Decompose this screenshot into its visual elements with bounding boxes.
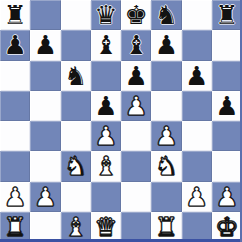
square-c1[interactable]: ♝ (61, 212, 91, 242)
piece-black-queen[interactable]: ♛ (94, 0, 117, 30)
square-g2[interactable]: ♟ (182, 182, 212, 212)
square-b7[interactable]: ♟ (30, 30, 60, 60)
square-g7[interactable] (182, 30, 212, 60)
piece-black-knight[interactable]: ♞ (155, 0, 178, 30)
square-d1[interactable]: ♛ (91, 212, 121, 242)
piece-black-pawn[interactable]: ♟ (3, 30, 26, 60)
square-h3[interactable] (212, 151, 242, 181)
square-a6[interactable] (0, 61, 30, 91)
piece-white-pawn[interactable]: ♟ (94, 121, 117, 151)
piece-white-queen[interactable]: ♛ (94, 212, 117, 242)
square-f6[interactable] (151, 61, 181, 91)
square-a8[interactable]: ♜ (0, 0, 30, 30)
piece-white-king[interactable]: ♚ (215, 212, 238, 242)
square-a3[interactable] (0, 151, 30, 181)
square-f1[interactable]: ♜ (151, 212, 181, 242)
square-b5[interactable] (30, 91, 60, 121)
piece-black-bishop[interactable]: ♝ (124, 30, 147, 60)
piece-white-pawn[interactable]: ♟ (185, 182, 208, 212)
square-f4[interactable]: ♟ (151, 121, 181, 151)
square-e7[interactable]: ♝ (121, 30, 151, 60)
square-c8[interactable] (61, 0, 91, 30)
square-b2[interactable]: ♟ (30, 182, 60, 212)
piece-black-pawn[interactable]: ♟ (124, 61, 147, 91)
piece-black-pawn[interactable]: ♟ (215, 91, 238, 121)
square-e8[interactable]: ♚ (121, 0, 151, 30)
square-e2[interactable] (121, 182, 151, 212)
square-g4[interactable] (182, 121, 212, 151)
square-b1[interactable] (30, 212, 60, 242)
chess-board: ♜♛♚♞♜♟♟♝♝♟♞♟♟♟♟♟♟♟♞♝♞♟♟♟♟♜♝♛♜♚ (0, 0, 242, 242)
piece-white-knight[interactable]: ♞ (155, 151, 178, 181)
square-d2[interactable] (91, 182, 121, 212)
square-d5[interactable]: ♟ (91, 91, 121, 121)
square-g3[interactable] (182, 151, 212, 181)
square-f7[interactable]: ♟ (151, 30, 181, 60)
piece-black-knight[interactable]: ♞ (64, 61, 87, 91)
square-f2[interactable] (151, 182, 181, 212)
square-g8[interactable] (182, 0, 212, 30)
piece-white-rook[interactable]: ♜ (3, 212, 26, 242)
piece-black-king[interactable]: ♚ (124, 0, 147, 30)
square-c7[interactable] (61, 30, 91, 60)
square-b3[interactable] (30, 151, 60, 181)
piece-white-pawn[interactable]: ♟ (155, 121, 178, 151)
square-h1[interactable]: ♚ (212, 212, 242, 242)
square-h5[interactable]: ♟ (212, 91, 242, 121)
square-g1[interactable] (182, 212, 212, 242)
square-h4[interactable] (212, 121, 242, 151)
square-c5[interactable] (61, 91, 91, 121)
piece-black-pawn[interactable]: ♟ (185, 61, 208, 91)
square-d4[interactable]: ♟ (91, 121, 121, 151)
square-f5[interactable] (151, 91, 181, 121)
square-e5[interactable]: ♟ (121, 91, 151, 121)
square-b4[interactable] (30, 121, 60, 151)
piece-black-pawn[interactable]: ♟ (155, 30, 178, 60)
piece-black-pawn[interactable]: ♟ (34, 30, 57, 60)
chess-board-wrapper: ♜♛♚♞♜♟♟♝♝♟♞♟♟♟♟♟♟♟♞♝♞♟♟♟♟♜♝♛♜♚ (0, 0, 242, 242)
square-c6[interactable]: ♞ (61, 61, 91, 91)
square-h6[interactable] (212, 61, 242, 91)
piece-white-pawn[interactable]: ♟ (3, 182, 26, 212)
piece-white-pawn[interactable]: ♟ (34, 182, 57, 212)
square-h7[interactable] (212, 30, 242, 60)
piece-white-pawn[interactable]: ♟ (215, 182, 238, 212)
square-e4[interactable] (121, 121, 151, 151)
square-c3[interactable]: ♞ (61, 151, 91, 181)
piece-white-knight[interactable]: ♞ (64, 151, 87, 181)
square-a5[interactable] (0, 91, 30, 121)
square-e6[interactable]: ♟ (121, 61, 151, 91)
square-g5[interactable] (182, 91, 212, 121)
square-d7[interactable]: ♝ (91, 30, 121, 60)
square-e3[interactable] (121, 151, 151, 181)
piece-black-rook[interactable]: ♜ (3, 0, 26, 30)
square-a4[interactable] (0, 121, 30, 151)
piece-white-bishop[interactable]: ♝ (94, 151, 117, 181)
square-e1[interactable] (121, 212, 151, 242)
square-d6[interactable] (91, 61, 121, 91)
piece-white-rook[interactable]: ♜ (155, 212, 178, 242)
piece-black-rook[interactable]: ♜ (215, 0, 238, 30)
square-a2[interactable]: ♟ (0, 182, 30, 212)
square-c4[interactable] (61, 121, 91, 151)
square-h2[interactable]: ♟ (212, 182, 242, 212)
piece-black-bishop[interactable]: ♝ (94, 30, 117, 60)
square-g6[interactable]: ♟ (182, 61, 212, 91)
square-d8[interactable]: ♛ (91, 0, 121, 30)
piece-white-bishop[interactable]: ♝ (64, 212, 87, 242)
square-f3[interactable]: ♞ (151, 151, 181, 181)
square-b6[interactable] (30, 61, 60, 91)
piece-white-pawn[interactable]: ♟ (124, 91, 147, 121)
square-h8[interactable]: ♜ (212, 0, 242, 30)
square-f8[interactable]: ♞ (151, 0, 181, 30)
piece-black-pawn[interactable]: ♟ (94, 91, 117, 121)
square-c2[interactable] (61, 182, 91, 212)
square-a1[interactable]: ♜ (0, 212, 30, 242)
square-d3[interactable]: ♝ (91, 151, 121, 181)
square-b8[interactable] (30, 0, 60, 30)
square-a7[interactable]: ♟ (0, 30, 30, 60)
